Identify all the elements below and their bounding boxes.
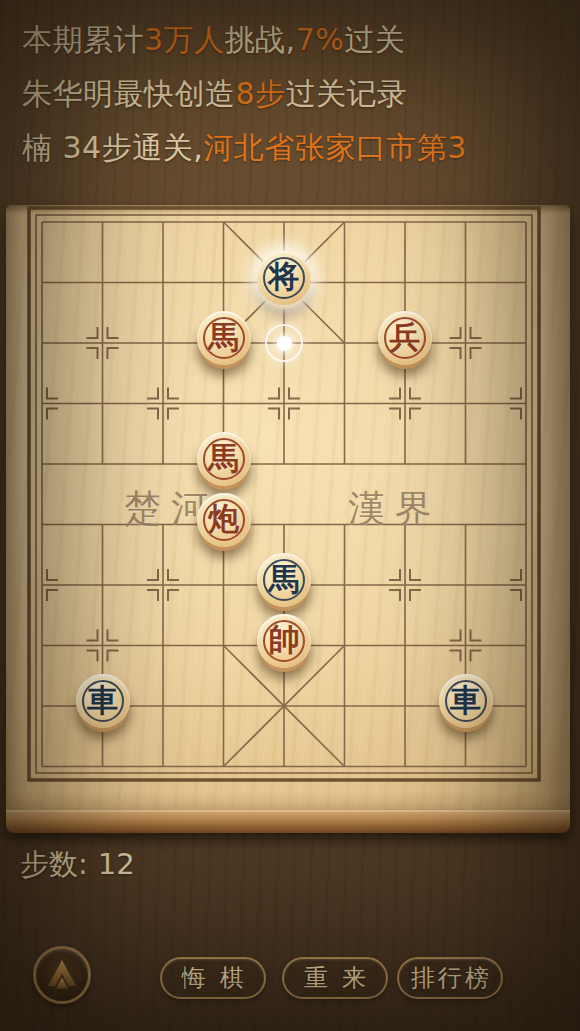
move-origin-marker[interactable] <box>265 324 303 362</box>
undo-move-button[interactable]: 悔棋 <box>160 957 266 999</box>
piece-red-general[interactable]: 帥 <box>257 614 311 668</box>
piece-black-horse[interactable]: 馬 <box>257 553 311 607</box>
piece-black-chariot-left[interactable]: 車 <box>76 674 130 728</box>
collapse-panel-button[interactable] <box>33 946 91 1004</box>
piece-red-horse-1[interactable]: 馬 <box>197 311 251 365</box>
restart-button[interactable]: 重来 <box>282 957 388 999</box>
piece-black-general[interactable]: 将 <box>257 251 311 305</box>
move-counter-label: 步数: <box>20 847 88 881</box>
piece-glyph: 将 <box>257 251 311 305</box>
piece-black-chariot-right[interactable]: 車 <box>439 674 493 728</box>
piece-glyph: 車 <box>76 674 130 728</box>
piece-glyph: 馬 <box>197 311 251 365</box>
piece-glyph: 炮 <box>197 493 251 547</box>
move-counter-value: 12 <box>98 847 135 881</box>
move-counter: 步数:12 <box>20 845 135 885</box>
piece-glyph: 馬 <box>197 432 251 486</box>
piece-glyph: 車 <box>439 674 493 728</box>
piece-glyph: 兵 <box>378 311 432 365</box>
piece-red-soldier[interactable]: 兵 <box>378 311 432 365</box>
piece-glyph: 帥 <box>257 614 311 668</box>
peak-arrow-icon <box>42 955 82 995</box>
piece-red-cannon[interactable]: 炮 <box>197 493 251 547</box>
piece-glyph: 馬 <box>257 553 311 607</box>
leaderboard-button[interactable]: 排行榜 <box>397 957 503 999</box>
piece-red-horse-2[interactable]: 馬 <box>197 432 251 486</box>
